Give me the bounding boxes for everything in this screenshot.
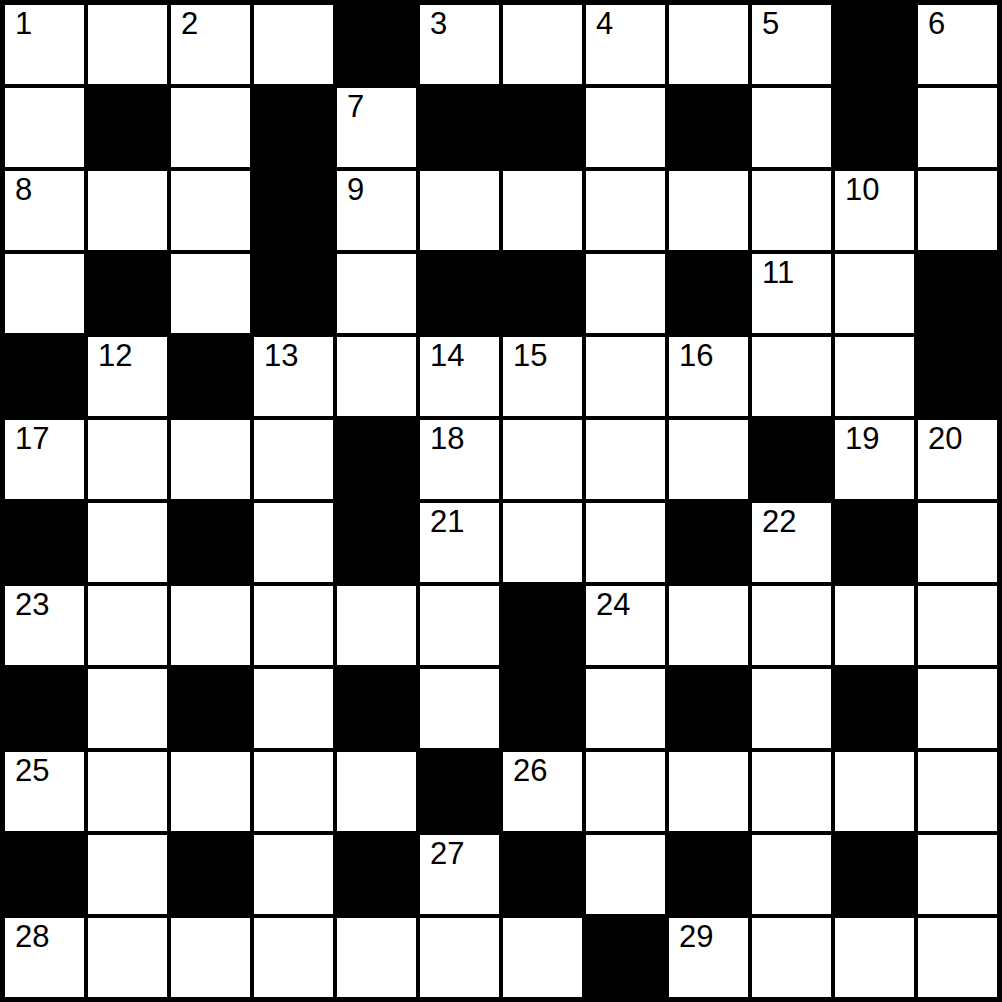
block-cell-r6c4 [335,501,418,584]
clue-number: 7 [347,91,364,124]
block-cell-r1c10 [833,86,916,169]
clue-number: 9 [347,174,364,207]
cell-r2c1[interactable] [86,169,169,252]
block-cell-r3c11 [916,252,999,335]
block-cell-r8c8 [667,667,750,750]
cell-r0c11[interactable]: 6 [916,3,999,86]
cell-r3c4[interactable] [335,252,418,335]
cell-r5c8[interactable] [667,418,750,501]
block-cell-r9c5 [418,750,501,833]
block-cell-r3c8 [667,252,750,335]
cell-r7c7[interactable]: 24 [584,584,667,667]
block-cell-r2c3 [252,169,335,252]
cell-r1c4[interactable]: 7 [335,86,418,169]
block-cell-r8c4 [335,667,418,750]
cell-r4c4[interactable] [335,335,418,418]
clue-number: 10 [845,174,879,207]
cell-r9c3[interactable] [252,750,335,833]
block-cell-r1c5 [418,86,501,169]
cell-r4c9[interactable] [750,335,833,418]
cell-r11c8[interactable]: 29 [667,916,750,999]
cell-r6c11[interactable] [916,501,999,584]
clue-number: 27 [430,838,464,871]
cell-r0c5[interactable]: 3 [418,3,501,86]
block-cell-r4c2 [169,335,252,418]
clue-number: 22 [762,506,796,539]
block-cell-r4c0 [3,335,86,418]
clue-number: 12 [98,340,132,373]
cell-r2c10[interactable]: 10 [833,169,916,252]
cell-r8c5[interactable] [418,667,501,750]
cell-r10c3[interactable] [252,833,335,916]
cell-r0c1[interactable] [86,3,169,86]
cell-r11c3[interactable] [252,916,335,999]
cell-r0c2[interactable]: 2 [169,3,252,86]
block-cell-r5c9 [750,418,833,501]
cell-r11c9[interactable] [750,916,833,999]
cell-r6c3[interactable] [252,501,335,584]
block-cell-r5c4 [335,418,418,501]
cell-r9c8[interactable] [667,750,750,833]
block-cell-r6c10 [833,501,916,584]
cell-r0c7[interactable]: 4 [584,3,667,86]
cell-r10c1[interactable] [86,833,169,916]
cell-r6c7[interactable] [584,501,667,584]
cell-r5c5[interactable]: 18 [418,418,501,501]
cell-r8c3[interactable] [252,667,335,750]
block-cell-r10c0 [3,833,86,916]
cell-r11c1[interactable] [86,916,169,999]
cell-r9c0[interactable]: 25 [3,750,86,833]
cell-r1c2[interactable] [169,86,252,169]
cell-r7c1[interactable] [86,584,169,667]
cell-r11c10[interactable] [833,916,916,999]
cell-r2c0[interactable]: 8 [3,169,86,252]
cell-r2c11[interactable] [916,169,999,252]
cell-r5c6[interactable] [501,418,584,501]
cell-r11c0[interactable]: 28 [3,916,86,999]
cell-r4c5[interactable]: 14 [418,335,501,418]
clue-number: 23 [15,589,49,622]
block-cell-r7c6 [501,584,584,667]
cell-r4c8[interactable]: 16 [667,335,750,418]
cell-r11c6[interactable] [501,916,584,999]
cell-r6c1[interactable] [86,501,169,584]
cell-r0c3[interactable] [252,3,335,86]
cell-r5c3[interactable] [252,418,335,501]
cell-r2c2[interactable] [169,169,252,252]
cell-r3c7[interactable] [584,252,667,335]
clue-number: 5 [762,8,779,41]
block-cell-r3c5 [418,252,501,335]
cell-r5c11[interactable]: 20 [916,418,999,501]
cell-r7c0[interactable]: 23 [3,584,86,667]
clue-number: 16 [679,340,713,373]
cell-r0c8[interactable] [667,3,750,86]
crossword-grid: 1234567891011121314151617181920212223242… [0,0,1002,1002]
clue-number: 28 [15,921,49,954]
clue-number: 25 [15,755,49,788]
cell-r4c1[interactable]: 12 [86,335,169,418]
block-cell-r3c1 [86,252,169,335]
cell-r7c2[interactable] [169,584,252,667]
cell-r11c5[interactable] [418,916,501,999]
block-cell-r11c7 [584,916,667,999]
clue-number: 26 [513,755,547,788]
clue-number: 1 [15,8,32,41]
cell-r9c2[interactable] [169,750,252,833]
clue-number: 18 [430,423,464,456]
clue-number: 19 [845,423,879,456]
clue-number: 13 [264,340,298,373]
clue-number: 14 [430,340,464,373]
block-cell-r1c6 [501,86,584,169]
cell-r8c11[interactable] [916,667,999,750]
cell-r8c7[interactable] [584,667,667,750]
cell-r10c5[interactable]: 27 [418,833,501,916]
cell-r10c9[interactable] [750,833,833,916]
clue-number: 24 [596,589,630,622]
block-cell-r1c3 [252,86,335,169]
cell-r7c9[interactable] [750,584,833,667]
block-cell-r0c10 [833,3,916,86]
cell-r3c10[interactable] [833,252,916,335]
block-cell-r8c6 [501,667,584,750]
cell-r9c6[interactable]: 26 [501,750,584,833]
block-cell-r8c2 [169,667,252,750]
cell-r7c5[interactable] [418,584,501,667]
cell-r3c2[interactable] [169,252,252,335]
clue-number: 29 [679,921,713,954]
cell-r1c7[interactable] [584,86,667,169]
cell-r1c0[interactable] [3,86,86,169]
cell-r2c4[interactable]: 9 [335,169,418,252]
cell-r2c7[interactable] [584,169,667,252]
cell-r7c8[interactable] [667,584,750,667]
cell-r2c6[interactable] [501,169,584,252]
block-cell-r6c0 [3,501,86,584]
clue-number: 17 [15,423,49,456]
cell-r5c10[interactable]: 19 [833,418,916,501]
block-cell-r10c6 [501,833,584,916]
cell-r4c3[interactable]: 13 [252,335,335,418]
cell-r5c0[interactable]: 17 [3,418,86,501]
clue-number: 8 [15,174,32,207]
cell-r0c9[interactable]: 5 [750,3,833,86]
cell-r2c9[interactable] [750,169,833,252]
cell-r11c11[interactable] [916,916,999,999]
block-cell-r0c4 [335,3,418,86]
cell-r2c5[interactable] [418,169,501,252]
block-cell-r8c10 [833,667,916,750]
clue-number: 11 [762,257,794,290]
block-cell-r6c2 [169,501,252,584]
cell-r7c3[interactable] [252,584,335,667]
block-cell-r8c0 [3,667,86,750]
block-cell-r3c3 [252,252,335,335]
clue-number: 20 [928,423,962,456]
clue-number: 2 [181,8,198,41]
cell-r11c2[interactable] [169,916,252,999]
cell-r7c11[interactable] [916,584,999,667]
cell-r0c6[interactable] [501,3,584,86]
cell-r10c7[interactable] [584,833,667,916]
cell-r9c9[interactable] [750,750,833,833]
cell-r9c7[interactable] [584,750,667,833]
block-cell-r10c4 [335,833,418,916]
block-cell-r1c8 [667,86,750,169]
block-cell-r1c1 [86,86,169,169]
clue-number: 4 [596,8,613,41]
clue-number: 21 [430,506,464,539]
cell-r5c2[interactable] [169,418,252,501]
cell-r10c11[interactable] [916,833,999,916]
cell-r8c1[interactable] [86,667,169,750]
cell-r4c6[interactable]: 15 [501,335,584,418]
clue-number: 3 [430,8,447,41]
block-cell-r3c6 [501,252,584,335]
cell-r3c9[interactable]: 11 [750,252,833,335]
cell-r3c0[interactable] [3,252,86,335]
cell-r4c7[interactable] [584,335,667,418]
clue-number: 6 [928,8,945,41]
cell-r9c1[interactable] [86,750,169,833]
cell-r0c0[interactable]: 1 [3,3,86,86]
cell-r6c6[interactable] [501,501,584,584]
clue-number: 15 [513,340,547,373]
cell-r1c9[interactable] [750,86,833,169]
block-cell-r4c11 [916,335,999,418]
cell-r4c10[interactable] [833,335,916,418]
cell-r2c8[interactable] [667,169,750,252]
cell-r6c5[interactable]: 21 [418,501,501,584]
cell-r1c11[interactable] [916,86,999,169]
block-cell-r10c2 [169,833,252,916]
cell-r7c4[interactable] [335,584,418,667]
cell-r5c7[interactable] [584,418,667,501]
cell-r5c1[interactable] [86,418,169,501]
cell-r9c10[interactable] [833,750,916,833]
block-cell-r10c10 [833,833,916,916]
block-cell-r10c8 [667,833,750,916]
cell-r9c4[interactable] [335,750,418,833]
cell-r7c10[interactable] [833,584,916,667]
cell-r11c4[interactable] [335,916,418,999]
cell-r9c11[interactable] [916,750,999,833]
block-cell-r6c8 [667,501,750,584]
cell-r6c9[interactable]: 22 [750,501,833,584]
cell-r8c9[interactable] [750,667,833,750]
